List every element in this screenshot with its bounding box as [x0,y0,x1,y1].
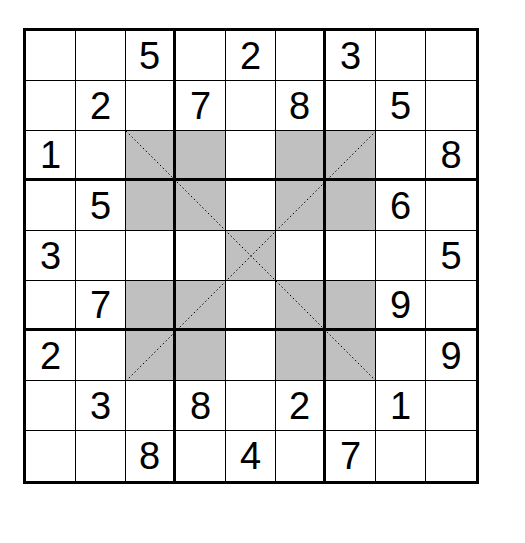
cell-r7c5-empty[interactable] [226,331,276,381]
cell-r1c1-empty[interactable] [26,31,76,81]
cell-r8c7-empty[interactable] [326,381,376,431]
cell-r1c2-empty[interactable] [76,31,126,81]
cell-r4c5-empty[interactable] [226,181,276,231]
cell-r1c9-empty[interactable] [426,31,476,81]
cell-r4c4-empty[interactable] [176,181,226,231]
cell-r9c3-given: 8 [126,431,176,481]
cell-r5c6-empty[interactable] [276,231,326,281]
puzzle-page: 523278518563579293821847 [0,0,525,543]
cell-r7c1-given: 2 [26,331,76,381]
cell-r2c1-empty[interactable] [26,81,76,131]
cell-r1c3-given: 5 [126,31,176,81]
cell-r1c8-empty[interactable] [376,31,426,81]
cell-r2c7-empty[interactable] [326,81,376,131]
cell-r3c7-empty[interactable] [326,131,376,181]
cell-r5c8-empty[interactable] [376,231,426,281]
cell-r4c7-empty[interactable] [326,181,376,231]
cell-r7c8-empty[interactable] [376,331,426,381]
cell-r1c6-empty[interactable] [276,31,326,81]
cell-r1c4-empty[interactable] [176,31,226,81]
cell-r9c6-empty[interactable] [276,431,326,481]
cell-r3c3-empty[interactable] [126,131,176,181]
cell-r3c2-empty[interactable] [76,131,126,181]
cell-r4c2-given: 5 [76,181,126,231]
sudoku-board: 523278518563579293821847 [23,28,479,484]
cell-r8c3-empty[interactable] [126,381,176,431]
cell-r4c9-empty[interactable] [426,181,476,231]
cell-r9c2-empty[interactable] [76,431,126,481]
cell-r4c3-empty[interactable] [126,181,176,231]
cell-r8c5-empty[interactable] [226,381,276,431]
cell-r7c6-empty[interactable] [276,331,326,381]
cell-r2c6-given: 8 [276,81,326,131]
cell-r5c4-empty[interactable] [176,231,226,281]
cell-r5c3-empty[interactable] [126,231,176,281]
cell-r2c8-given: 5 [376,81,426,131]
cell-r6c3-empty[interactable] [126,281,176,331]
cell-r5c7-empty[interactable] [326,231,376,281]
cell-r8c1-empty[interactable] [26,381,76,431]
cell-r8c6-given: 2 [276,381,326,431]
cell-r2c3-empty[interactable] [126,81,176,131]
cell-r8c4-given: 8 [176,381,226,431]
cell-r7c9-given: 9 [426,331,476,381]
cell-r7c3-empty[interactable] [126,331,176,381]
cell-r1c7-given: 3 [326,31,376,81]
cell-r7c4-empty[interactable] [176,331,226,381]
cell-r9c7-given: 7 [326,431,376,481]
cell-r7c7-empty[interactable] [326,331,376,381]
cell-r1c5-given: 2 [226,31,276,81]
cell-r2c5-empty[interactable] [226,81,276,131]
cell-r7c2-empty[interactable] [76,331,126,381]
cell-r6c1-empty[interactable] [26,281,76,331]
cell-r3c8-empty[interactable] [376,131,426,181]
cell-r9c9-empty[interactable] [426,431,476,481]
cell-r6c9-empty[interactable] [426,281,476,331]
cell-r4c1-empty[interactable] [26,181,76,231]
cell-r9c5-given: 4 [226,431,276,481]
cell-r2c9-empty[interactable] [426,81,476,131]
cell-r6c7-empty[interactable] [326,281,376,331]
cell-r2c4-given: 7 [176,81,226,131]
cell-r5c9-given: 5 [426,231,476,281]
cell-r9c4-empty[interactable] [176,431,226,481]
cell-r4c6-empty[interactable] [276,181,326,231]
cell-r3c9-given: 8 [426,131,476,181]
cell-r3c5-empty[interactable] [226,131,276,181]
cell-r6c6-empty[interactable] [276,281,326,331]
cell-r4c8-given: 6 [376,181,426,231]
cell-r8c8-given: 1 [376,381,426,431]
cell-r3c4-empty[interactable] [176,131,226,181]
cell-r6c2-given: 7 [76,281,126,331]
cell-r6c5-empty[interactable] [226,281,276,331]
cell-r3c1-given: 1 [26,131,76,181]
cell-r8c2-given: 3 [76,381,126,431]
cell-r8c9-empty[interactable] [426,381,476,431]
cell-r6c4-empty[interactable] [176,281,226,331]
cell-r9c8-empty[interactable] [376,431,426,481]
cell-r5c1-given: 3 [26,231,76,281]
cell-r2c2-given: 2 [76,81,126,131]
cell-r5c2-empty[interactable] [76,231,126,281]
cell-r5c5-empty[interactable] [226,231,276,281]
cell-r3c6-empty[interactable] [276,131,326,181]
cell-r9c1-empty[interactable] [26,431,76,481]
cell-r6c8-given: 9 [376,281,426,331]
